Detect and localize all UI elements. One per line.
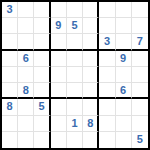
cell-r2c6[interactable]	[83, 18, 99, 34]
cell-r6c1[interactable]	[2, 83, 18, 99]
cell-r9c6[interactable]	[83, 132, 99, 148]
cell-r8c1[interactable]	[2, 116, 18, 132]
cell-r5c3[interactable]	[34, 67, 50, 83]
cell-r9c4[interactable]	[51, 132, 67, 148]
cell-r1c7[interactable]	[99, 2, 115, 18]
cell-r6c4[interactable]	[51, 83, 67, 99]
cell-r4c8[interactable]: 9	[116, 51, 132, 67]
cell-r3c9[interactable]: 7	[132, 34, 148, 50]
cell-r3c5[interactable]	[67, 34, 83, 50]
cell-r2c2[interactable]	[18, 18, 34, 34]
cell-r5c9[interactable]	[132, 67, 148, 83]
cell-r7c6[interactable]	[83, 99, 99, 115]
cell-r1c4[interactable]	[51, 2, 67, 18]
cell-r7c4[interactable]	[51, 99, 67, 115]
cell-r3c4[interactable]	[51, 34, 67, 50]
cell-r8c3[interactable]	[34, 116, 50, 132]
cell-r3c7[interactable]: 3	[99, 34, 115, 50]
cell-r2c8[interactable]	[116, 18, 132, 34]
sudoku-board: 39537698685185	[0, 0, 150, 150]
cell-r8c8[interactable]	[116, 116, 132, 132]
cell-r8c2[interactable]	[18, 116, 34, 132]
cell-r7c9[interactable]	[132, 99, 148, 115]
cell-r9c1[interactable]	[2, 132, 18, 148]
cell-r9c3[interactable]	[34, 132, 50, 148]
cell-r8c4[interactable]	[51, 116, 67, 132]
cell-r3c8[interactable]	[116, 34, 132, 50]
cell-r5c8[interactable]	[116, 67, 132, 83]
cell-r5c4[interactable]	[51, 67, 67, 83]
cell-r7c8[interactable]	[116, 99, 132, 115]
cell-r1c8[interactable]	[116, 2, 132, 18]
cell-r5c7[interactable]	[99, 67, 115, 83]
cell-r8c5[interactable]: 1	[67, 116, 83, 132]
cell-r4c1[interactable]	[2, 51, 18, 67]
cell-r9c5[interactable]	[67, 132, 83, 148]
cell-r1c5[interactable]	[67, 2, 83, 18]
cell-r1c2[interactable]	[18, 2, 34, 18]
cell-r9c7[interactable]	[99, 132, 115, 148]
cell-r6c6[interactable]	[83, 83, 99, 99]
cell-r8c7[interactable]	[99, 116, 115, 132]
cell-r5c5[interactable]	[67, 67, 83, 83]
cell-r3c1[interactable]	[2, 34, 18, 50]
cell-r6c7[interactable]	[99, 83, 115, 99]
cell-r6c3[interactable]	[34, 83, 50, 99]
cell-r4c3[interactable]	[34, 51, 50, 67]
cell-r6c9[interactable]	[132, 83, 148, 99]
cell-r6c2[interactable]: 8	[18, 83, 34, 99]
cell-r5c2[interactable]	[18, 67, 34, 83]
cell-r3c6[interactable]	[83, 34, 99, 50]
cell-r6c8[interactable]: 6	[116, 83, 132, 99]
cell-r9c2[interactable]	[18, 132, 34, 148]
cell-r8c6[interactable]: 8	[83, 116, 99, 132]
cell-r2c9[interactable]	[132, 18, 148, 34]
cell-r7c5[interactable]	[67, 99, 83, 115]
cell-r7c2[interactable]	[18, 99, 34, 115]
cell-r2c4[interactable]: 9	[51, 18, 67, 34]
cell-r3c2[interactable]	[18, 34, 34, 50]
cell-r1c1[interactable]: 3	[2, 2, 18, 18]
cell-r2c3[interactable]	[34, 18, 50, 34]
cell-r4c9[interactable]	[132, 51, 148, 67]
cell-r1c9[interactable]	[132, 2, 148, 18]
cell-r5c1[interactable]	[2, 67, 18, 83]
cell-r7c7[interactable]	[99, 99, 115, 115]
cell-r4c5[interactable]	[67, 51, 83, 67]
cell-r3c3[interactable]	[34, 34, 50, 50]
cell-r1c3[interactable]	[34, 2, 50, 18]
cell-r6c5[interactable]	[67, 83, 83, 99]
cell-r1c6[interactable]	[83, 2, 99, 18]
cell-r2c7[interactable]	[99, 18, 115, 34]
cell-r2c5[interactable]: 5	[67, 18, 83, 34]
cell-r9c8[interactable]	[116, 132, 132, 148]
cell-r9c9[interactable]: 5	[132, 132, 148, 148]
cell-r4c7[interactable]	[99, 51, 115, 67]
cell-r7c3[interactable]: 5	[34, 99, 50, 115]
cell-r5c6[interactable]	[83, 67, 99, 83]
cell-r8c9[interactable]	[132, 116, 148, 132]
cell-r4c2[interactable]: 6	[18, 51, 34, 67]
cell-r4c4[interactable]	[51, 51, 67, 67]
cell-r2c1[interactable]	[2, 18, 18, 34]
cell-r4c6[interactable]	[83, 51, 99, 67]
cell-r7c1[interactable]: 8	[2, 99, 18, 115]
